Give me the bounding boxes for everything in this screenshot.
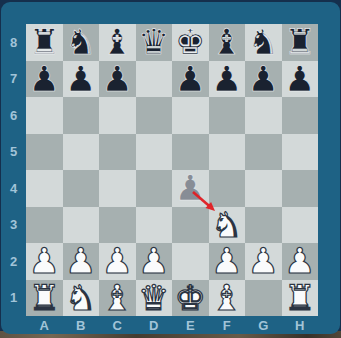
square-f4[interactable]: [209, 170, 246, 207]
piece-black-rook: ♜: [29, 24, 60, 61]
square-h5[interactable]: [282, 134, 319, 171]
file-label-d: D: [136, 315, 173, 335]
square-h4[interactable]: [282, 170, 319, 207]
square-f5[interactable]: [209, 134, 246, 171]
square-d7[interactable]: [136, 61, 173, 98]
file-label-f: F: [209, 315, 246, 335]
square-a8[interactable]: ♜: [26, 24, 63, 61]
piece-black-bishop: ♝: [211, 24, 242, 61]
square-b8[interactable]: ♞: [63, 24, 100, 61]
square-g1[interactable]: [245, 280, 282, 317]
rank-label-5: 5: [1, 134, 26, 171]
square-g8[interactable]: ♞: [245, 24, 282, 61]
rank-label-2: 2: [1, 243, 26, 280]
square-c1[interactable]: ♝: [99, 280, 136, 317]
square-f3[interactable]: ♞: [209, 207, 246, 244]
file-label-a: A: [26, 315, 63, 335]
piece-black-pawn: ♟: [284, 61, 315, 98]
square-h6[interactable]: [282, 97, 319, 134]
piece-white-pawn: ♟: [284, 243, 315, 280]
square-h1[interactable]: ♜: [282, 280, 319, 317]
rank-label-3: 3: [1, 207, 26, 244]
square-b2[interactable]: ♟: [63, 243, 100, 280]
piece-black-pawn: ♟: [248, 61, 279, 98]
piece-black-pawn: ♟: [211, 61, 242, 98]
square-g7[interactable]: ♟: [245, 61, 282, 98]
piece-black-king: ♚: [175, 24, 206, 61]
square-e6[interactable]: [172, 97, 209, 134]
square-d2[interactable]: ♟: [136, 243, 173, 280]
square-h8[interactable]: ♜: [282, 24, 319, 61]
square-f1[interactable]: ♝: [209, 280, 246, 317]
square-d5[interactable]: [136, 134, 173, 171]
piece-white-rook: ♜: [284, 280, 315, 317]
square-a3[interactable]: [26, 207, 63, 244]
piece-white-knight: ♞: [65, 280, 96, 317]
rank-label-8: 8: [1, 24, 26, 61]
piece-white-bishop: ♝: [211, 280, 242, 317]
square-b4[interactable]: [63, 170, 100, 207]
square-f7[interactable]: ♟: [209, 61, 246, 98]
square-a1[interactable]: ♜: [26, 280, 63, 317]
piece-black-knight: ♞: [248, 24, 279, 61]
square-e4[interactable]: ♟: [172, 170, 209, 207]
square-d3[interactable]: [136, 207, 173, 244]
piece-gray-pawn: ♟: [175, 170, 206, 207]
rank-label-7: 7: [1, 61, 26, 98]
square-e2[interactable]: [172, 243, 209, 280]
piece-white-rook: ♜: [29, 280, 60, 317]
square-g6[interactable]: [245, 97, 282, 134]
square-c7[interactable]: ♟: [99, 61, 136, 98]
square-a6[interactable]: [26, 97, 63, 134]
file-label-b: B: [63, 315, 100, 335]
square-g3[interactable]: [245, 207, 282, 244]
piece-white-queen: ♛: [138, 280, 169, 317]
square-h2[interactable]: ♟: [282, 243, 319, 280]
square-f8[interactable]: ♝: [209, 24, 246, 61]
file-label-e: E: [172, 315, 209, 335]
square-f6[interactable]: [209, 97, 246, 134]
piece-black-knight: ♞: [65, 24, 96, 61]
board: ♜♞♝♛♚♝♞♜♟♟♟♟♟♟♟♟♞♟♟♟♟♟♟♟♜♞♝♛♚♝♜: [26, 24, 318, 316]
piece-white-pawn: ♟: [65, 243, 96, 280]
square-b6[interactable]: [63, 97, 100, 134]
chess-board-window: 87654321 ABCDEFGH ♜♞♝♛♚♝♞♜♟♟♟♟♟♟♟♟♞♟♟♟♟♟…: [0, 0, 341, 338]
piece-black-rook: ♜: [284, 24, 315, 61]
board-panel: 87654321 ABCDEFGH ♜♞♝♛♚♝♞♜♟♟♟♟♟♟♟♟♞♟♟♟♟♟…: [1, 2, 340, 334]
piece-black-pawn: ♟: [65, 61, 96, 98]
square-a7[interactable]: ♟: [26, 61, 63, 98]
rank-label-1: 1: [1, 280, 26, 317]
square-e8[interactable]: ♚: [172, 24, 209, 61]
square-a5[interactable]: [26, 134, 63, 171]
piece-black-pawn: ♟: [175, 61, 206, 98]
piece-white-knight: ♞: [211, 207, 242, 244]
square-b3[interactable]: [63, 207, 100, 244]
piece-black-pawn: ♟: [29, 61, 60, 98]
square-b1[interactable]: ♞: [63, 280, 100, 317]
square-d4[interactable]: [136, 170, 173, 207]
square-e3[interactable]: [172, 207, 209, 244]
square-c6[interactable]: [99, 97, 136, 134]
rank-label-4: 4: [1, 170, 26, 207]
piece-white-pawn: ♟: [211, 243, 242, 280]
square-b7[interactable]: ♟: [63, 61, 100, 98]
piece-white-pawn: ♟: [138, 243, 169, 280]
square-h7[interactable]: ♟: [282, 61, 319, 98]
square-g4[interactable]: [245, 170, 282, 207]
square-c4[interactable]: [99, 170, 136, 207]
square-h3[interactable]: [282, 207, 319, 244]
piece-black-pawn: ♟: [102, 61, 133, 98]
piece-white-pawn: ♟: [102, 243, 133, 280]
square-d1[interactable]: ♛: [136, 280, 173, 317]
piece-white-pawn: ♟: [29, 243, 60, 280]
square-e5[interactable]: [172, 134, 209, 171]
square-b5[interactable]: [63, 134, 100, 171]
square-f2[interactable]: ♟: [209, 243, 246, 280]
square-d6[interactable]: [136, 97, 173, 134]
file-label-c: C: [99, 315, 136, 335]
piece-white-pawn: ♟: [248, 243, 279, 280]
square-a2[interactable]: ♟: [26, 243, 63, 280]
rank-label-6: 6: [1, 97, 26, 134]
piece-black-bishop: ♝: [102, 24, 133, 61]
square-g5[interactable]: [245, 134, 282, 171]
piece-white-bishop: ♝: [102, 280, 133, 317]
file-label-g: G: [245, 315, 282, 335]
piece-black-queen: ♛: [138, 24, 169, 61]
square-e1[interactable]: ♚: [172, 280, 209, 317]
file-label-h: H: [282, 315, 319, 335]
square-c8[interactable]: ♝: [99, 24, 136, 61]
square-a4[interactable]: [26, 170, 63, 207]
square-c3[interactable]: [99, 207, 136, 244]
piece-white-king: ♚: [175, 280, 206, 317]
square-d8[interactable]: ♛: [136, 24, 173, 61]
square-g2[interactable]: ♟: [245, 243, 282, 280]
square-c2[interactable]: ♟: [99, 243, 136, 280]
square-c5[interactable]: [99, 134, 136, 171]
square-e7[interactable]: ♟: [172, 61, 209, 98]
